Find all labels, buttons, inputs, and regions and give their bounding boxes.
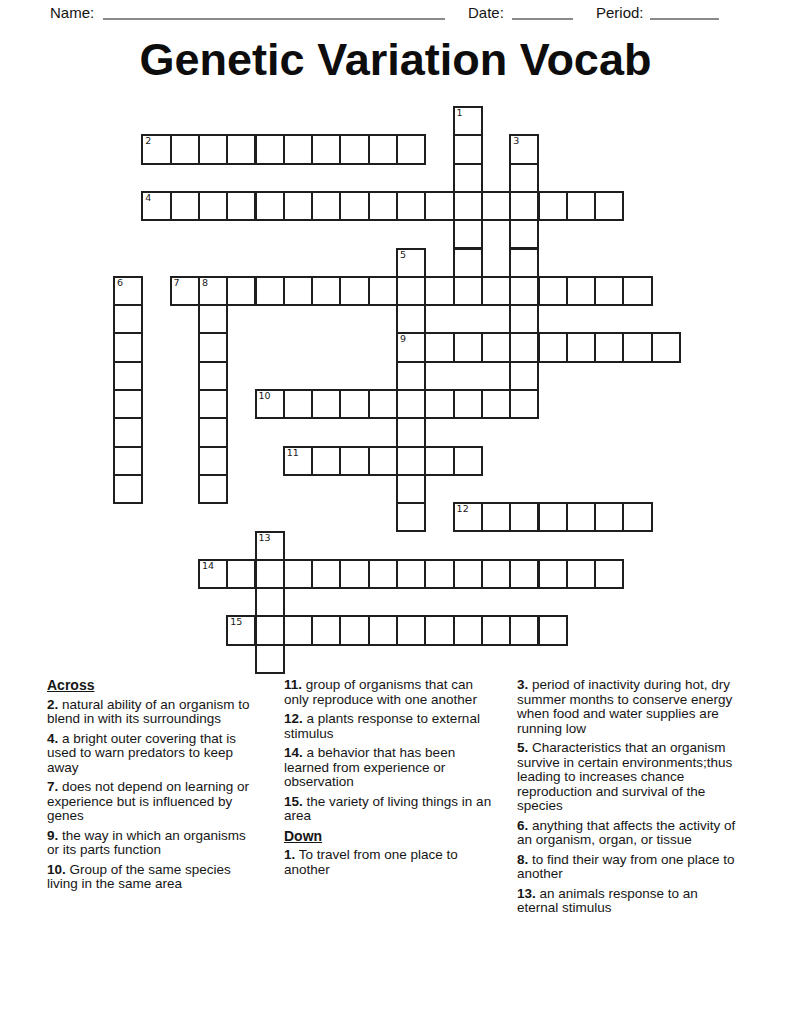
grid-cell-r2c12[interactable] [453, 163, 483, 193]
grid-cell-r16c17[interactable] [594, 559, 624, 589]
clue-number-15: 15 [230, 617, 242, 627]
grid-cell-r14c14[interactable] [509, 502, 539, 532]
grid-cell-r18c14[interactable] [509, 615, 539, 645]
grid-cell-r6c12[interactable] [453, 276, 483, 306]
grid-cell-r3c2[interactable] [170, 191, 200, 221]
grid-cell-r6c14[interactable] [509, 276, 539, 306]
grid-cell-r8c11[interactable] [424, 332, 454, 362]
grid-cell-r8c15[interactable] [538, 332, 568, 362]
worksheet-page: Name: Date: Period: Genetic Variation Vo… [0, 0, 791, 1024]
grid-cell-r6c5[interactable] [255, 276, 285, 306]
grid-cell-r5c12[interactable] [453, 248, 483, 278]
grid-cell-r5c14[interactable] [509, 248, 539, 278]
grid-cell-r8c18[interactable] [622, 332, 652, 362]
date-label: Date: [468, 4, 504, 21]
grid-cell-r3c1[interactable]: 4 [141, 191, 171, 221]
grid-cell-r7c3[interactable] [198, 304, 228, 334]
grid-cell-r6c6[interactable] [283, 276, 313, 306]
grid-cell-r8c13[interactable] [481, 332, 511, 362]
grid-cell-r12c0[interactable] [113, 446, 143, 476]
grid-cell-r16c7[interactable] [311, 559, 341, 589]
grid-cell-r8c19[interactable] [651, 332, 681, 362]
grid-cell-r0c12[interactable]: 1 [453, 106, 483, 136]
grid-cell-r10c11[interactable] [424, 389, 454, 419]
clue-number-5: 5 [400, 250, 406, 260]
grid-cell-r10c14[interactable] [509, 389, 539, 419]
grid-cell-r3c15[interactable] [538, 191, 568, 221]
grid-cell-r6c11[interactable] [424, 276, 454, 306]
grid-cell-r6c10[interactable] [396, 276, 426, 306]
grid-cell-r6c13[interactable] [481, 276, 511, 306]
grid-cell-r16c3[interactable]: 14 [198, 559, 228, 589]
clue-number-3: 3 [513, 136, 519, 146]
grid-cell-r16c9[interactable] [368, 559, 398, 589]
page-title: Genetic Variation Vocab [0, 34, 791, 86]
grid-cell-r12c3[interactable] [198, 446, 228, 476]
grid-cell-r16c11[interactable] [424, 559, 454, 589]
grid-cell-r8c17[interactable] [594, 332, 624, 362]
across-clue-10: 10. Group of the same species living in … [47, 863, 261, 892]
grid-cell-r18c10[interactable] [396, 615, 426, 645]
grid-cell-r1c8[interactable] [339, 134, 369, 164]
grid-cell-r1c6[interactable] [283, 134, 313, 164]
grid-cell-r3c4[interactable] [226, 191, 256, 221]
grid-cell-r17c5[interactable] [255, 587, 285, 617]
grid-cell-r18c5[interactable] [255, 615, 285, 645]
grid-cell-r3c12[interactable] [453, 191, 483, 221]
grid-cell-r1c5[interactable] [255, 134, 285, 164]
grid-cell-r13c10[interactable] [396, 474, 426, 504]
grid-cell-r14c17[interactable] [594, 502, 624, 532]
grid-cell-r8c14[interactable] [509, 332, 539, 362]
grid-cell-r14c10[interactable] [396, 502, 426, 532]
across-clue-15: 15. the variety of living things in an a… [284, 795, 496, 824]
grid-cell-r1c14[interactable]: 3 [509, 134, 539, 164]
clue-number-7: 7 [174, 278, 180, 288]
grid-cell-r3c11[interactable] [424, 191, 454, 221]
grid-cell-r16c12[interactable] [453, 559, 483, 589]
clue-number-1: 1 [457, 108, 463, 118]
grid-cell-r7c0[interactable] [113, 304, 143, 334]
grid-cell-r3c5[interactable] [255, 191, 285, 221]
crossword-grid: 123456789101112131415 [113, 106, 682, 675]
clues-column-2: 11. group of organisms that can only rep… [284, 678, 496, 882]
grid-cell-r6c4[interactable] [226, 276, 256, 306]
grid-cell-r4c12[interactable] [453, 219, 483, 249]
grid-cell-r11c0[interactable] [113, 417, 143, 447]
grid-cell-r3c14[interactable] [509, 191, 539, 221]
grid-cell-r16c15[interactable] [538, 559, 568, 589]
grid-cell-r9c0[interactable] [113, 361, 143, 391]
clue-number-10: 10 [259, 391, 271, 401]
clue-number-12: 12 [457, 504, 469, 514]
grid-cell-r14c18[interactable] [622, 502, 652, 532]
grid-cell-r16c10[interactable] [396, 559, 426, 589]
grid-cell-r1c3[interactable] [198, 134, 228, 164]
grid-cell-r18c12[interactable] [453, 615, 483, 645]
grid-cell-r10c10[interactable] [396, 389, 426, 419]
grid-cell-r18c13[interactable] [481, 615, 511, 645]
name-blank-line[interactable] [103, 1, 445, 20]
grid-cell-r2c14[interactable] [509, 163, 539, 193]
grid-cell-r3c6[interactable] [283, 191, 313, 221]
grid-cell-r10c9[interactable] [368, 389, 398, 419]
grid-cell-r3c16[interactable] [566, 191, 596, 221]
grid-cell-r6c9[interactable] [368, 276, 398, 306]
clue-number-8: 8 [202, 278, 208, 288]
grid-cell-r14c12[interactable]: 12 [453, 502, 483, 532]
grid-cell-r5c10[interactable]: 5 [396, 248, 426, 278]
date-blank-line[interactable] [512, 1, 573, 20]
grid-cell-r9c14[interactable] [509, 361, 539, 391]
grid-cell-r18c8[interactable] [339, 615, 369, 645]
grid-cell-r8c0[interactable] [113, 332, 143, 362]
clue-number-6: 6 [117, 278, 123, 288]
grid-cell-r11c10[interactable] [396, 417, 426, 447]
down-clue-6: 6. anything that affects the activity of… [517, 819, 739, 848]
grid-cell-r16c8[interactable] [339, 559, 369, 589]
grid-cell-r12c7[interactable] [311, 446, 341, 476]
grid-cell-r18c15[interactable] [538, 615, 568, 645]
down-clue-3: 3. period of inactivity during hot, dry … [517, 678, 739, 736]
down-header: Down [284, 829, 496, 844]
grid-cell-r16c4[interactable] [226, 559, 256, 589]
name-label: Name: [50, 4, 94, 21]
grid-cell-r1c9[interactable] [368, 134, 398, 164]
grid-cell-r6c3[interactable]: 8 [198, 276, 228, 306]
down-clue-5: 5. Characteristics that an organism surv… [517, 741, 739, 814]
down-clue-1: 1. To travel from one place to another [284, 848, 496, 877]
grid-cell-r15c5[interactable]: 13 [255, 531, 285, 561]
grid-cell-r13c3[interactable] [198, 474, 228, 504]
grid-cell-r10c8[interactable] [339, 389, 369, 419]
period-blank-line[interactable] [650, 1, 719, 20]
grid-cell-r9c3[interactable] [198, 361, 228, 391]
period-label: Period: [596, 4, 644, 21]
grid-cell-r10c13[interactable] [481, 389, 511, 419]
clue-number-11: 11 [287, 448, 299, 458]
grid-cell-r3c3[interactable] [198, 191, 228, 221]
grid-cell-r10c0[interactable] [113, 389, 143, 419]
grid-cell-r6c7[interactable] [311, 276, 341, 306]
grid-cell-r3c13[interactable] [481, 191, 511, 221]
grid-cell-r8c10[interactable]: 9 [396, 332, 426, 362]
across-clue-2: 2. natural ability of an organism to ble… [47, 698, 261, 727]
grid-cell-r7c10[interactable] [396, 304, 426, 334]
grid-cell-r3c9[interactable] [368, 191, 398, 221]
grid-cell-r18c4[interactable]: 15 [226, 615, 256, 645]
clue-number-14: 14 [202, 561, 214, 571]
grid-cell-r16c5[interactable] [255, 559, 285, 589]
clues-column-1: Across2. natural ability of an organism … [47, 678, 261, 897]
grid-cell-r18c11[interactable] [424, 615, 454, 645]
across-clue-14: 14. a behavior that has been learned fro… [284, 746, 496, 790]
grid-cell-r1c12[interactable] [453, 134, 483, 164]
grid-cell-r12c6[interactable]: 11 [283, 446, 313, 476]
grid-cell-r6c16[interactable] [566, 276, 596, 306]
grid-cell-r18c9[interactable] [368, 615, 398, 645]
across-clue-12: 12. a plants response to external stimul… [284, 712, 496, 741]
grid-cell-r12c10[interactable] [396, 446, 426, 476]
across-clue-11: 11. group of organisms that can only rep… [284, 678, 496, 707]
down-clue-13: 13. an animals response to an eternal st… [517, 887, 739, 916]
grid-cell-r3c8[interactable] [339, 191, 369, 221]
grid-cell-r10c3[interactable] [198, 389, 228, 419]
grid-cell-r1c7[interactable] [311, 134, 341, 164]
grid-cell-r18c7[interactable] [311, 615, 341, 645]
grid-cell-r13c0[interactable] [113, 474, 143, 504]
across-clue-9: 9. the way in which an organisms or its … [47, 829, 261, 858]
grid-cell-r3c17[interactable] [594, 191, 624, 221]
grid-cell-r6c17[interactable] [594, 276, 624, 306]
grid-cell-r1c2[interactable] [170, 134, 200, 164]
grid-cell-r3c7[interactable] [311, 191, 341, 221]
grid-cell-r19c5[interactable] [255, 644, 285, 674]
grid-cell-r6c18[interactable] [622, 276, 652, 306]
grid-cell-r16c13[interactable] [481, 559, 511, 589]
grid-cell-r12c12[interactable] [453, 446, 483, 476]
grid-cell-r3c10[interactable] [396, 191, 426, 221]
grid-cell-r1c10[interactable] [396, 134, 426, 164]
clue-number-9: 9 [400, 334, 406, 344]
grid-cell-r10c7[interactable] [311, 389, 341, 419]
grid-cell-r6c15[interactable] [538, 276, 568, 306]
grid-cell-r16c14[interactable] [509, 559, 539, 589]
across-clue-4: 4. a bright outer covering that is used … [47, 732, 261, 776]
grid-cell-r4c14[interactable] [509, 219, 539, 249]
grid-cell-r16c6[interactable] [283, 559, 313, 589]
clue-number-13: 13 [259, 533, 271, 543]
grid-cell-r14c13[interactable] [481, 502, 511, 532]
grid-cell-r6c8[interactable] [339, 276, 369, 306]
down-clue-8: 8. to find their way from one place to a… [517, 853, 739, 882]
grid-cell-r11c3[interactable] [198, 417, 228, 447]
across-header: Across [47, 678, 261, 693]
clues-column-3: 3. period of inactivity during hot, dry … [517, 678, 739, 921]
clue-number-4: 4 [145, 193, 151, 203]
grid-cell-r12c8[interactable] [339, 446, 369, 476]
grid-cell-r10c6[interactable] [283, 389, 313, 419]
grid-cell-r14c15[interactable] [538, 502, 568, 532]
grid-cell-r16c16[interactable] [566, 559, 596, 589]
grid-cell-r12c11[interactable] [424, 446, 454, 476]
grid-cell-r14c16[interactable] [566, 502, 596, 532]
grid-cell-r6c2[interactable]: 7 [170, 276, 200, 306]
clue-number-2: 2 [145, 136, 151, 146]
grid-cell-r6c0[interactable]: 6 [113, 276, 143, 306]
grid-cell-r1c1[interactable]: 2 [141, 134, 171, 164]
grid-cell-r18c6[interactable] [283, 615, 313, 645]
grid-cell-r9c10[interactable] [396, 361, 426, 391]
grid-cell-r10c12[interactable] [453, 389, 483, 419]
grid-cell-r12c9[interactable] [368, 446, 398, 476]
across-clue-7: 7. does not depend on learning or experi… [47, 780, 261, 824]
grid-cell-r8c3[interactable] [198, 332, 228, 362]
grid-cell-r7c14[interactable] [509, 304, 539, 334]
grid-cell-r8c12[interactable] [453, 332, 483, 362]
grid-cell-r1c4[interactable] [226, 134, 256, 164]
grid-cell-r8c16[interactable] [566, 332, 596, 362]
grid-cell-r10c5[interactable]: 10 [255, 389, 285, 419]
